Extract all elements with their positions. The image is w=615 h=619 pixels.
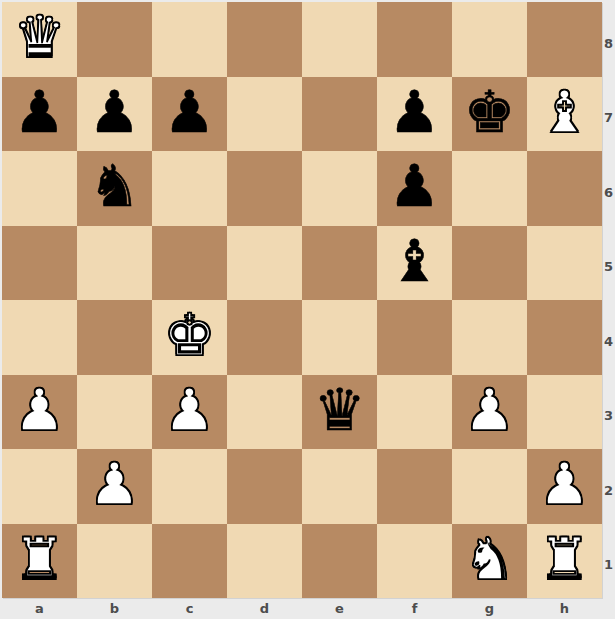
- rank-label-6: 6: [602, 151, 615, 226]
- square-b4[interactable]: [77, 300, 152, 375]
- square-e2[interactable]: [302, 449, 377, 524]
- piece-white-rook-h1[interactable]: ♜: [539, 530, 591, 588]
- square-g6[interactable]: [452, 151, 527, 226]
- square-f6[interactable]: ♟: [377, 151, 452, 226]
- rank-label-2: 2: [602, 449, 615, 524]
- file-label-h: h: [527, 598, 602, 619]
- piece-black-knight-b6[interactable]: ♞: [89, 157, 141, 215]
- piece-black-bishop-f5[interactable]: ♝: [389, 232, 441, 290]
- file-label-e: e: [302, 598, 377, 619]
- piece-black-pawn-c7[interactable]: ♟: [164, 83, 216, 141]
- square-e3[interactable]: ♛: [302, 375, 377, 450]
- piece-white-king-c4[interactable]: ♚: [164, 306, 216, 364]
- square-h8[interactable]: [527, 2, 602, 77]
- chess-board: ♛♟♟♟♟♚♝♞♟♝♚♟♟♛♟♟♟♜♞♜: [2, 2, 602, 598]
- square-a6[interactable]: [2, 151, 77, 226]
- file-label-a: a: [2, 598, 77, 619]
- square-a7[interactable]: ♟: [2, 77, 77, 152]
- square-e5[interactable]: [302, 226, 377, 301]
- piece-white-bishop-h7[interactable]: ♝: [539, 83, 591, 141]
- piece-white-pawn-b2[interactable]: ♟: [89, 455, 141, 513]
- square-f3[interactable]: [377, 375, 452, 450]
- square-g1[interactable]: ♞: [452, 524, 527, 599]
- square-c4[interactable]: ♚: [152, 300, 227, 375]
- square-h1[interactable]: ♜: [527, 524, 602, 599]
- square-h5[interactable]: [527, 226, 602, 301]
- file-label-b: b: [77, 598, 152, 619]
- rank-label-4: 4: [602, 300, 615, 375]
- square-d3[interactable]: [227, 375, 302, 450]
- square-c8[interactable]: [152, 2, 227, 77]
- square-d7[interactable]: [227, 77, 302, 152]
- square-d1[interactable]: [227, 524, 302, 599]
- square-g3[interactable]: ♟: [452, 375, 527, 450]
- square-b2[interactable]: ♟: [77, 449, 152, 524]
- square-a2[interactable]: [2, 449, 77, 524]
- square-a1[interactable]: ♜: [2, 524, 77, 599]
- square-b7[interactable]: ♟: [77, 77, 152, 152]
- square-e1[interactable]: [302, 524, 377, 599]
- square-c5[interactable]: [152, 226, 227, 301]
- square-d5[interactable]: [227, 226, 302, 301]
- square-f4[interactable]: [377, 300, 452, 375]
- square-e6[interactable]: [302, 151, 377, 226]
- rank-label-3: 3: [602, 375, 615, 450]
- square-c2[interactable]: [152, 449, 227, 524]
- piece-white-pawn-h2[interactable]: ♟: [539, 455, 591, 513]
- square-d8[interactable]: [227, 2, 302, 77]
- square-d2[interactable]: [227, 449, 302, 524]
- piece-white-pawn-a3[interactable]: ♟: [14, 381, 66, 439]
- square-b1[interactable]: [77, 524, 152, 599]
- square-b3[interactable]: [77, 375, 152, 450]
- square-c7[interactable]: ♟: [152, 77, 227, 152]
- square-a5[interactable]: [2, 226, 77, 301]
- square-g8[interactable]: [452, 2, 527, 77]
- piece-black-pawn-b7[interactable]: ♟: [89, 83, 141, 141]
- square-e7[interactable]: [302, 77, 377, 152]
- square-h4[interactable]: [527, 300, 602, 375]
- piece-white-rook-a1[interactable]: ♜: [14, 530, 66, 588]
- square-a8[interactable]: ♛: [2, 2, 77, 77]
- chess-board-widget: ♛♟♟♟♟♚♝♞♟♝♚♟♟♛♟♟♟♜♞♜ 87654321 abcdefgh: [0, 0, 615, 619]
- square-e4[interactable]: [302, 300, 377, 375]
- piece-white-knight-g1[interactable]: ♞: [464, 530, 516, 588]
- rank-label-8: 8: [602, 2, 615, 77]
- square-b8[interactable]: [77, 2, 152, 77]
- rank-coordinates: 87654321: [602, 2, 615, 598]
- piece-white-pawn-c3[interactable]: ♟: [164, 381, 216, 439]
- square-d4[interactable]: [227, 300, 302, 375]
- rank-label-5: 5: [602, 226, 615, 301]
- square-h2[interactable]: ♟: [527, 449, 602, 524]
- piece-black-pawn-a7[interactable]: ♟: [14, 83, 66, 141]
- rank-label-1: 1: [602, 524, 615, 599]
- piece-white-queen-a8[interactable]: ♛: [14, 8, 66, 66]
- square-g2[interactable]: [452, 449, 527, 524]
- piece-white-pawn-g3[interactable]: ♟: [464, 381, 516, 439]
- square-f7[interactable]: ♟: [377, 77, 452, 152]
- square-g5[interactable]: [452, 226, 527, 301]
- square-g4[interactable]: [452, 300, 527, 375]
- piece-black-pawn-f6[interactable]: ♟: [389, 157, 441, 215]
- piece-black-queen-e3[interactable]: ♛: [314, 381, 366, 439]
- square-c6[interactable]: [152, 151, 227, 226]
- square-e8[interactable]: [302, 2, 377, 77]
- square-b6[interactable]: ♞: [77, 151, 152, 226]
- piece-black-pawn-f7[interactable]: ♟: [389, 83, 441, 141]
- square-f2[interactable]: [377, 449, 452, 524]
- square-b5[interactable]: [77, 226, 152, 301]
- square-f5[interactable]: ♝: [377, 226, 452, 301]
- square-h7[interactable]: ♝: [527, 77, 602, 152]
- square-d6[interactable]: [227, 151, 302, 226]
- square-c3[interactable]: ♟: [152, 375, 227, 450]
- piece-black-king-g7[interactable]: ♚: [464, 83, 516, 141]
- square-f8[interactable]: [377, 2, 452, 77]
- square-a3[interactable]: ♟: [2, 375, 77, 450]
- file-label-f: f: [377, 598, 452, 619]
- file-label-d: d: [227, 598, 302, 619]
- square-h3[interactable]: [527, 375, 602, 450]
- square-g7[interactable]: ♚: [452, 77, 527, 152]
- rank-label-7: 7: [602, 77, 615, 152]
- square-a4[interactable]: [2, 300, 77, 375]
- file-coordinates: abcdefgh: [2, 598, 602, 619]
- square-f1[interactable]: [377, 524, 452, 599]
- square-h6[interactable]: [527, 151, 602, 226]
- file-label-c: c: [152, 598, 227, 619]
- file-label-g: g: [452, 598, 527, 619]
- square-c1[interactable]: [152, 524, 227, 599]
